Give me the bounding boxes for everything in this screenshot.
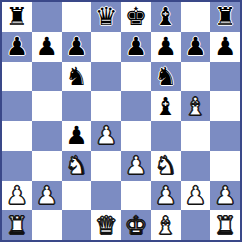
piece-black-king[interactable]: ♚ [125,4,147,29]
square-g5[interactable]: ♝ [181,91,211,121]
square-e7[interactable]: ♟ [121,32,151,62]
square-b1[interactable] [32,210,62,240]
piece-black-queen[interactable]: ♛ [95,4,117,29]
square-h7[interactable]: ♟ [210,32,240,62]
piece-black-pawn[interactable]: ♟ [65,123,87,148]
square-d1[interactable]: ♛ [91,210,121,240]
square-g6[interactable] [181,62,211,92]
square-g2[interactable]: ♟ [181,181,211,211]
piece-black-pawn[interactable]: ♟ [154,34,176,59]
square-b7[interactable]: ♟ [32,32,62,62]
square-d4[interactable]: ♟ [91,121,121,151]
square-d2[interactable] [91,181,121,211]
square-b3[interactable] [32,151,62,181]
piece-white-pawn[interactable]: ♟ [184,183,206,208]
piece-black-pawn[interactable]: ♟ [6,34,28,59]
chess-board: ♜♛♚♝♜♟♟♟♟♟♟♟♞♞♝♝♟♟♞♟♞♟♟♟♟♟♜♛♚♝♜ [0,0,242,242]
square-f1[interactable]: ♝ [151,210,181,240]
square-f5[interactable]: ♝ [151,91,181,121]
square-c6[interactable]: ♞ [62,62,92,92]
piece-black-rook[interactable]: ♜ [214,4,236,29]
piece-white-pawn[interactable]: ♟ [154,183,176,208]
piece-white-rook[interactable]: ♜ [6,213,28,238]
piece-white-pawn[interactable]: ♟ [35,183,57,208]
square-a6[interactable] [2,62,32,92]
square-a3[interactable] [2,151,32,181]
square-d8[interactable]: ♛ [91,2,121,32]
square-g4[interactable] [181,121,211,151]
square-g3[interactable] [181,151,211,181]
square-e5[interactable] [121,91,151,121]
square-b4[interactable] [32,121,62,151]
square-c1[interactable] [62,210,92,240]
square-d5[interactable] [91,91,121,121]
piece-black-pawn[interactable]: ♟ [214,34,236,59]
square-g7[interactable]: ♟ [181,32,211,62]
piece-black-bishop[interactable]: ♝ [154,4,176,29]
square-a5[interactable] [2,91,32,121]
square-d3[interactable] [91,151,121,181]
square-f8[interactable]: ♝ [151,2,181,32]
square-b8[interactable] [32,2,62,32]
square-h6[interactable] [210,62,240,92]
piece-white-pawn[interactable]: ♟ [214,183,236,208]
square-e6[interactable] [121,62,151,92]
piece-white-bishop[interactable]: ♝ [184,94,206,119]
piece-white-pawn[interactable]: ♟ [125,153,147,178]
square-h1[interactable]: ♜ [210,210,240,240]
square-f6[interactable]: ♞ [151,62,181,92]
square-a7[interactable]: ♟ [2,32,32,62]
square-h5[interactable] [210,91,240,121]
square-f7[interactable]: ♟ [151,32,181,62]
square-e8[interactable]: ♚ [121,2,151,32]
piece-white-knight[interactable]: ♞ [65,153,87,178]
square-a2[interactable]: ♟ [2,181,32,211]
piece-white-queen[interactable]: ♛ [95,213,117,238]
square-c5[interactable] [62,91,92,121]
piece-black-rook[interactable]: ♜ [6,4,28,29]
square-e2[interactable] [121,181,151,211]
square-b6[interactable] [32,62,62,92]
square-a1[interactable]: ♜ [2,210,32,240]
square-b5[interactable] [32,91,62,121]
square-b2[interactable]: ♟ [32,181,62,211]
piece-white-pawn[interactable]: ♟ [95,123,117,148]
square-h4[interactable] [210,121,240,151]
square-f3[interactable]: ♞ [151,151,181,181]
square-d7[interactable] [91,32,121,62]
piece-white-bishop[interactable]: ♝ [154,213,176,238]
square-g8[interactable] [181,2,211,32]
square-e4[interactable] [121,121,151,151]
piece-white-knight[interactable]: ♞ [154,153,176,178]
square-h2[interactable]: ♟ [210,181,240,211]
square-a4[interactable] [2,121,32,151]
square-c4[interactable]: ♟ [62,121,92,151]
piece-black-knight[interactable]: ♞ [65,64,87,89]
square-f4[interactable] [151,121,181,151]
square-c7[interactable]: ♟ [62,32,92,62]
piece-black-bishop[interactable]: ♝ [154,94,176,119]
square-c8[interactable] [62,2,92,32]
piece-white-pawn[interactable]: ♟ [6,183,28,208]
square-f2[interactable]: ♟ [151,181,181,211]
piece-black-pawn[interactable]: ♟ [184,34,206,59]
square-c2[interactable] [62,181,92,211]
piece-black-knight[interactable]: ♞ [154,64,176,89]
piece-black-pawn[interactable]: ♟ [65,34,87,59]
piece-white-king[interactable]: ♚ [125,213,147,238]
square-h8[interactable]: ♜ [210,2,240,32]
square-h3[interactable] [210,151,240,181]
square-c3[interactable]: ♞ [62,151,92,181]
piece-white-rook[interactable]: ♜ [214,213,236,238]
square-d6[interactable] [91,62,121,92]
square-e3[interactable]: ♟ [121,151,151,181]
square-g1[interactable] [181,210,211,240]
square-e1[interactable]: ♚ [121,210,151,240]
square-a8[interactable]: ♜ [2,2,32,32]
piece-black-pawn[interactable]: ♟ [125,34,147,59]
piece-black-pawn[interactable]: ♟ [35,34,57,59]
